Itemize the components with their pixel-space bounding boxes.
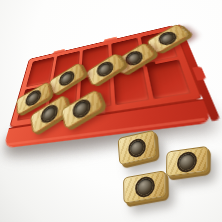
carbide-insert (123, 170, 166, 204)
insert-hole (27, 90, 40, 106)
insert-hole (97, 61, 113, 77)
scene (0, 0, 222, 222)
insert-hole (130, 139, 145, 156)
insert-hole (136, 178, 152, 197)
insert-hole (73, 99, 90, 118)
insert-hole (158, 31, 177, 45)
carbide-insert (49, 62, 86, 96)
insert-hole (179, 152, 195, 170)
insert-hole (60, 71, 74, 86)
insert-hole (42, 104, 57, 123)
carbide-insert (166, 146, 208, 177)
insert-hole (125, 51, 143, 66)
insert-tray (9, 25, 203, 128)
